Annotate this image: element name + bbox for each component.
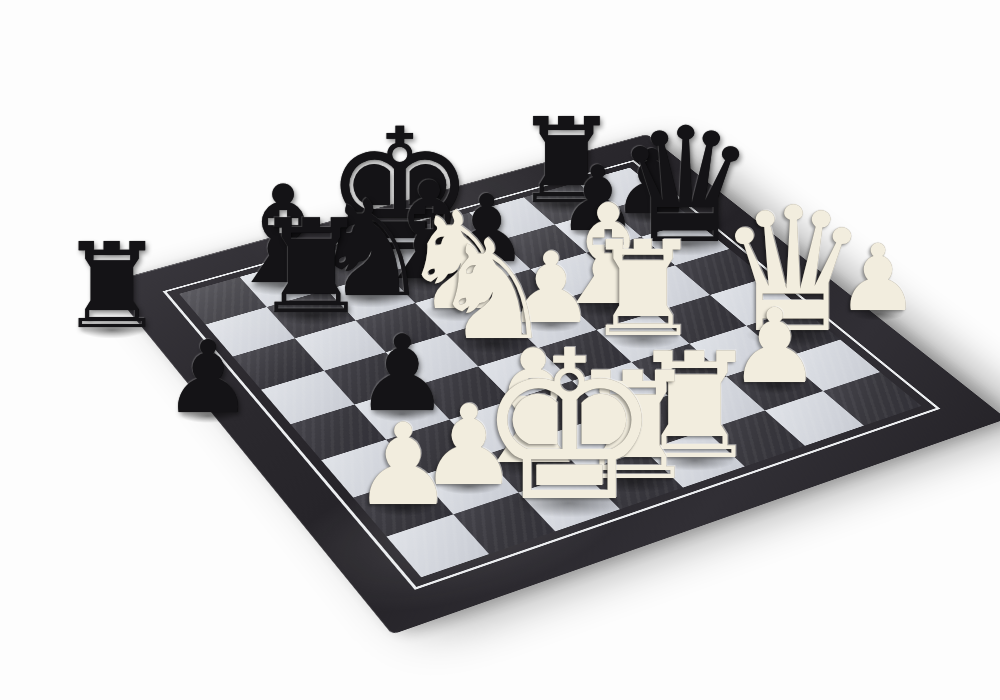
white-pawn-piece[interactable]: ♟ (353, 409, 454, 522)
white-king-piece[interactable]: ♚ (476, 323, 662, 530)
black-rook-piece[interactable]: ♜ (59, 227, 165, 345)
chess-set-product-photo: ♚♝♜♜♞♝♟♟♟♛♟♚♜♜♜♛♝♝♞♞♟♟♟♟♜♟♟ (0, 0, 1000, 700)
black-rook-piece[interactable]: ♜ (253, 202, 370, 332)
black-pawn-piece[interactable]: ♟ (163, 328, 253, 428)
